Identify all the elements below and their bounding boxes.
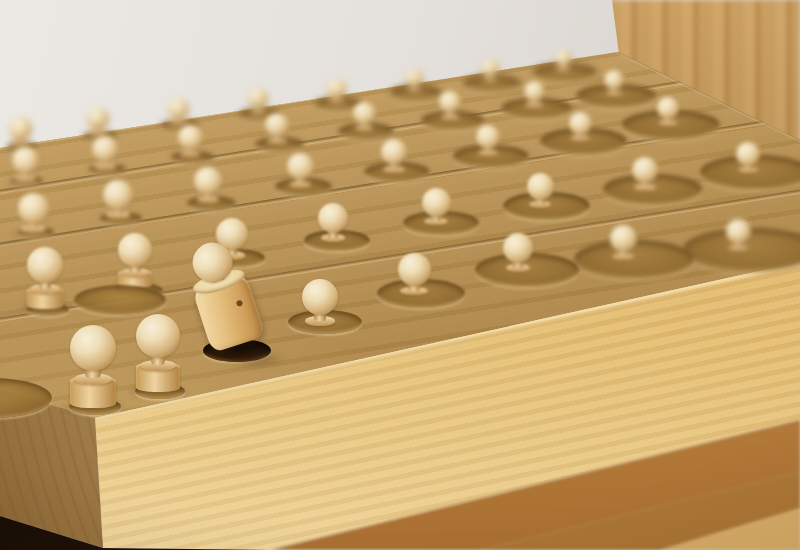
removed-cylinder-shadow: [221, 351, 287, 367]
knob-ball: [398, 253, 431, 286]
knob-ball: [327, 79, 346, 98]
knob-ball: [194, 167, 222, 195]
knob-ball: [302, 279, 338, 315]
knob-ball: [610, 225, 637, 252]
knob-ball: [726, 219, 751, 244]
knob-ball: [136, 314, 180, 358]
knob-ball: [12, 147, 39, 174]
knob-ball: [657, 97, 679, 119]
knob-ball: [168, 98, 189, 119]
knob-ball: [118, 233, 152, 267]
photo-of-knobbed-cylinder-board: [0, 0, 800, 550]
knob-ball: [555, 50, 572, 67]
knob-ball: [248, 88, 268, 108]
knob-ball: [503, 233, 533, 263]
knob-ball: [265, 113, 289, 137]
knob-ball: [318, 203, 348, 233]
knob-ball: [604, 70, 624, 90]
knob-ball: [632, 157, 658, 183]
knob-ball: [87, 107, 109, 129]
knob-ball: [381, 139, 407, 165]
knob-ball: [405, 69, 423, 87]
knob-ball: [70, 325, 116, 371]
knob-ball: [527, 173, 554, 200]
knob-ball: [27, 247, 63, 283]
knob-ball: [422, 188, 451, 217]
knob-ball: [736, 142, 760, 166]
knob-ball: [18, 193, 49, 224]
socket: [0, 378, 52, 418]
knob-ball: [92, 136, 118, 162]
knob-ball: [178, 125, 203, 150]
knob-ball: [569, 112, 592, 135]
knob-ball: [103, 180, 133, 210]
knob-ball: [476, 125, 500, 149]
knob-ball: [353, 102, 376, 125]
socket: [74, 285, 166, 315]
pegs-layer: [0, 0, 800, 550]
knob-ball: [9, 117, 32, 140]
knob-ball: [287, 153, 314, 180]
knob-ball: [524, 81, 545, 102]
knob-ball: [481, 59, 499, 77]
knob-ball: [439, 91, 461, 113]
